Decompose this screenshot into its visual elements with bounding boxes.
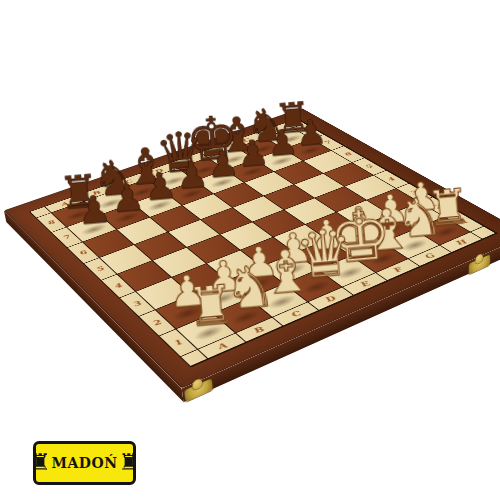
rank-label-text: 7 — [323, 140, 332, 145]
piece-shadow — [299, 278, 334, 296]
rank-label-text: 3 — [409, 190, 420, 196]
rank-label-text: 6 — [343, 151, 353, 156]
brand-logo: ♜ MADOŃ ♜ — [33, 441, 136, 485]
rank-label-text: 5 — [364, 164, 374, 170]
rook-icon: ♜ — [119, 451, 140, 474]
piece-shadow — [398, 237, 431, 253]
rook-icon: ♜ — [30, 451, 51, 474]
chess-board: ABCDEFGH8877665544332211ABCDEFGH ♜♞♝♛♚♝♞… — [4, 108, 500, 389]
piece-shadow — [169, 304, 205, 323]
brand-name: MADOŃ — [52, 455, 118, 471]
scene: ABCDEFGH8877665544332211ABCDEFGH ♜♞♝♛♚♝♞… — [0, 0, 500, 500]
piece-shadow — [366, 251, 400, 268]
piece-shadow — [264, 293, 299, 311]
piece-shadow — [228, 308, 264, 327]
rank-label-text: 8 — [47, 219, 56, 225]
rank-label-text: 8 — [304, 129, 313, 134]
piece-shadow — [242, 275, 276, 293]
piece-shadow — [405, 209, 437, 224]
piece-shadow — [310, 248, 343, 264]
piece-shadow — [342, 235, 375, 251]
piece-shadow — [374, 222, 406, 237]
piece-shadow — [429, 224, 462, 240]
product-photo: ABCDEFGH8877665544332211ABCDEFGH ♜♞♝♛♚♝♞… — [0, 0, 500, 500]
rank-label-text: 4 — [386, 176, 396, 182]
piece-shadow — [333, 264, 367, 281]
piece-shadow — [276, 261, 310, 278]
piece-shadow — [191, 323, 228, 343]
piece-shadow — [206, 289, 241, 307]
